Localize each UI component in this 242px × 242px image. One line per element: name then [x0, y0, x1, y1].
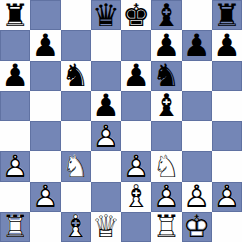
square-h6[interactable] — [212, 61, 242, 91]
piece-black-knight-icon: ♞ — [61, 61, 91, 91]
square-f3[interactable]: ♞♘ — [151, 151, 181, 181]
square-e1[interactable] — [121, 212, 151, 242]
square-c7[interactable] — [61, 30, 91, 60]
piece-white-pawn-icon: ♙ — [30, 182, 60, 212]
square-a5[interactable] — [0, 91, 30, 121]
piece-white-pawn-icon-fill: ♟ — [0, 151, 30, 181]
square-d7[interactable] — [91, 30, 121, 60]
square-e7[interactable] — [121, 30, 151, 60]
piece-white-rook-icon-fill: ♜ — [151, 212, 181, 242]
piece-white-bishop-icon: ♗ — [61, 212, 91, 242]
square-e6[interactable]: ♟ — [121, 61, 151, 91]
piece-black-pawn-icon: ♟ — [30, 30, 60, 60]
square-d4[interactable]: ♟♙ — [91, 121, 121, 151]
square-h4[interactable] — [212, 121, 242, 151]
square-g8[interactable] — [182, 0, 212, 30]
square-b2[interactable]: ♟♙ — [30, 182, 60, 212]
square-h8[interactable]: ♜ — [212, 0, 242, 30]
piece-black-bishop-icon: ♝ — [151, 91, 181, 121]
piece-white-pawn-icon-fill: ♟ — [212, 182, 242, 212]
square-b4[interactable] — [30, 121, 60, 151]
square-e8[interactable]: ♚ — [121, 0, 151, 30]
piece-black-knight-icon: ♞ — [151, 61, 181, 91]
piece-white-rook-icon: ♖ — [0, 212, 30, 242]
square-c1[interactable]: ♝♗ — [61, 212, 91, 242]
square-d6[interactable] — [91, 61, 121, 91]
square-c2[interactable] — [61, 182, 91, 212]
piece-black-pawn-icon: ♟ — [91, 91, 121, 121]
piece-white-king-icon-fill: ♚ — [182, 212, 212, 242]
square-c4[interactable] — [61, 121, 91, 151]
square-h5[interactable] — [212, 91, 242, 121]
piece-white-rook-icon-fill: ♜ — [0, 212, 30, 242]
square-d1[interactable]: ♛♕ — [91, 212, 121, 242]
square-b1[interactable] — [30, 212, 60, 242]
square-d3[interactable] — [91, 151, 121, 181]
piece-black-king-icon: ♚ — [121, 0, 151, 30]
square-g1[interactable]: ♚♔ — [182, 212, 212, 242]
square-b5[interactable] — [30, 91, 60, 121]
piece-white-knight-icon: ♘ — [61, 151, 91, 181]
square-c5[interactable] — [61, 91, 91, 121]
piece-white-bishop-icon-fill: ♝ — [121, 182, 151, 212]
square-g6[interactable] — [182, 61, 212, 91]
piece-white-pawn-icon-fill: ♟ — [91, 121, 121, 151]
square-f2[interactable]: ♟♙ — [151, 182, 181, 212]
square-h1[interactable] — [212, 212, 242, 242]
square-c8[interactable] — [61, 0, 91, 30]
square-d8[interactable]: ♛ — [91, 0, 121, 30]
square-g7[interactable]: ♟ — [182, 30, 212, 60]
square-c6[interactable]: ♞ — [61, 61, 91, 91]
square-b3[interactable] — [30, 151, 60, 181]
square-e5[interactable] — [121, 91, 151, 121]
square-g2[interactable]: ♟♙ — [182, 182, 212, 212]
square-e2[interactable]: ♝♗ — [121, 182, 151, 212]
piece-white-rook-icon: ♖ — [151, 212, 181, 242]
square-c3[interactable]: ♞♘ — [61, 151, 91, 181]
square-f8[interactable]: ♝ — [151, 0, 181, 30]
piece-black-rook-icon: ♜ — [212, 0, 242, 30]
square-f7[interactable]: ♟ — [151, 30, 181, 60]
piece-white-bishop-icon-fill: ♝ — [61, 212, 91, 242]
square-g4[interactable] — [182, 121, 212, 151]
piece-white-pawn-icon-fill: ♟ — [151, 182, 181, 212]
square-d5[interactable]: ♟ — [91, 91, 121, 121]
square-f5[interactable]: ♝ — [151, 91, 181, 121]
piece-black-pawn-icon: ♟ — [212, 30, 242, 60]
piece-white-pawn-icon-fill: ♟ — [30, 182, 60, 212]
piece-white-pawn-icon-fill: ♟ — [182, 182, 212, 212]
square-f1[interactable]: ♜♖ — [151, 212, 181, 242]
piece-black-pawn-icon: ♟ — [121, 61, 151, 91]
chess-board: ♜♛♚♝♜♟♟♟♟♟♞♟♞♟♝♟♙♟♙♞♘♟♙♞♘♟♙♝♗♟♙♟♙♟♙♜♖♝♗♛… — [0, 0, 242, 242]
square-a3[interactable]: ♟♙ — [0, 151, 30, 181]
square-g3[interactable] — [182, 151, 212, 181]
square-d2[interactable] — [91, 182, 121, 212]
square-h7[interactable]: ♟ — [212, 30, 242, 60]
piece-black-pawn-icon: ♟ — [182, 30, 212, 60]
piece-black-bishop-icon: ♝ — [151, 0, 181, 30]
square-a2[interactable] — [0, 182, 30, 212]
square-e4[interactable] — [121, 121, 151, 151]
square-a1[interactable]: ♜♖ — [0, 212, 30, 242]
piece-white-queen-icon-fill: ♛ — [91, 212, 121, 242]
square-b8[interactable] — [30, 0, 60, 30]
square-h3[interactable] — [212, 151, 242, 181]
piece-white-pawn-icon-fill: ♟ — [121, 151, 151, 181]
piece-black-queen-icon: ♛ — [91, 0, 121, 30]
square-f4[interactable] — [151, 121, 181, 151]
square-b7[interactable]: ♟ — [30, 30, 60, 60]
square-a6[interactable]: ♟ — [0, 61, 30, 91]
piece-white-king-icon: ♔ — [182, 212, 212, 242]
piece-white-pawn-icon: ♙ — [182, 182, 212, 212]
square-h2[interactable]: ♟♙ — [212, 182, 242, 212]
piece-black-rook-icon: ♜ — [0, 0, 30, 30]
square-a4[interactable] — [0, 121, 30, 151]
piece-white-knight-icon-fill: ♞ — [61, 151, 91, 181]
square-b6[interactable] — [30, 61, 60, 91]
piece-white-bishop-icon: ♗ — [121, 182, 151, 212]
piece-white-queen-icon: ♕ — [91, 212, 121, 242]
piece-white-pawn-icon: ♙ — [0, 151, 30, 181]
piece-white-pawn-icon: ♙ — [121, 151, 151, 181]
square-f6[interactable]: ♞ — [151, 61, 181, 91]
piece-white-knight-icon-fill: ♞ — [151, 151, 181, 181]
piece-black-pawn-icon: ♟ — [151, 30, 181, 60]
piece-white-pawn-icon: ♙ — [212, 182, 242, 212]
square-e3[interactable]: ♟♙ — [121, 151, 151, 181]
piece-white-pawn-icon: ♙ — [91, 121, 121, 151]
square-a7[interactable] — [0, 30, 30, 60]
piece-white-pawn-icon: ♙ — [151, 182, 181, 212]
piece-white-knight-icon: ♘ — [151, 151, 181, 181]
piece-black-pawn-icon: ♟ — [0, 61, 30, 91]
square-a8[interactable]: ♜ — [0, 0, 30, 30]
square-g5[interactable] — [182, 91, 212, 121]
